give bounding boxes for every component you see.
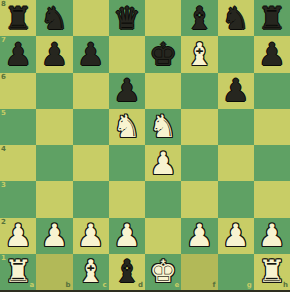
square-e8[interactable] [145,0,181,36]
square-f7[interactable]: ♝ [181,36,217,72]
square-c2[interactable]: ♟ [73,218,109,254]
white-pawn[interactable]: ♟ [181,218,217,254]
black-rook[interactable]: ♜ [254,0,290,36]
black-rook[interactable]: ♜ [0,0,36,36]
square-f8[interactable]: ♝ [181,0,217,36]
rank-label-3: 3 [1,182,6,189]
white-rook[interactable]: ♜ [0,254,36,290]
white-pawn[interactable]: ♟ [73,218,109,254]
black-pawn[interactable]: ♟ [0,36,36,72]
white-knight[interactable]: ♞ [109,109,145,145]
square-g6[interactable]: ♟ [218,73,254,109]
square-g1[interactable]: g [218,254,254,290]
white-pawn[interactable]: ♟ [36,218,72,254]
file-label-g: g [247,282,252,289]
square-g5[interactable] [218,109,254,145]
square-e5[interactable]: ♞ [145,109,181,145]
square-a8[interactable]: 8♜ [0,0,36,36]
black-pawn[interactable]: ♟ [36,36,72,72]
square-f6[interactable] [181,73,217,109]
square-a1[interactable]: 1a♜ [0,254,36,290]
square-f4[interactable] [181,145,217,181]
square-g8[interactable]: ♞ [218,0,254,36]
square-a4[interactable]: 4 [0,145,36,181]
black-pawn[interactable]: ♟ [218,73,254,109]
black-pawn[interactable]: ♟ [254,36,290,72]
square-b4[interactable] [36,145,72,181]
white-pawn[interactable]: ♟ [218,218,254,254]
white-king[interactable]: ♚ [145,254,181,290]
square-c5[interactable] [73,109,109,145]
square-f2[interactable]: ♟ [181,218,217,254]
black-queen[interactable]: ♛ [109,0,145,36]
square-c7[interactable]: ♟ [73,36,109,72]
square-h8[interactable]: ♜ [254,0,290,36]
square-e6[interactable] [145,73,181,109]
square-b8[interactable]: ♞ [36,0,72,36]
square-a7[interactable]: 7♟ [0,36,36,72]
white-pawn[interactable]: ♟ [109,218,145,254]
black-pawn[interactable]: ♟ [109,73,145,109]
white-bishop[interactable]: ♝ [73,254,109,290]
white-bishop[interactable]: ♝ [181,36,217,72]
file-label-f: f [212,282,215,289]
square-d7[interactable] [109,36,145,72]
black-knight[interactable]: ♞ [36,0,72,36]
black-knight[interactable]: ♞ [218,0,254,36]
square-c3[interactable] [73,181,109,217]
square-a3[interactable]: 3 [0,181,36,217]
square-e4[interactable]: ♟ [145,145,181,181]
square-b2[interactable]: ♟ [36,218,72,254]
white-pawn[interactable]: ♟ [254,218,290,254]
square-c1[interactable]: c♝ [73,254,109,290]
square-e1[interactable]: e♚ [145,254,181,290]
white-knight[interactable]: ♞ [145,109,181,145]
square-h3[interactable] [254,181,290,217]
square-a5[interactable]: 5 [0,109,36,145]
rank-label-6: 6 [1,74,6,81]
black-bishop[interactable]: ♝ [181,0,217,36]
square-g4[interactable] [218,145,254,181]
square-c4[interactable] [73,145,109,181]
square-h5[interactable] [254,109,290,145]
square-e3[interactable] [145,181,181,217]
rank-label-4: 4 [1,146,6,153]
square-g7[interactable] [218,36,254,72]
square-a6[interactable]: 6 [0,73,36,109]
square-d6[interactable]: ♟ [109,73,145,109]
square-a2[interactable]: 2♟ [0,218,36,254]
square-h4[interactable] [254,145,290,181]
square-d4[interactable] [109,145,145,181]
square-d1[interactable]: d♝ [109,254,145,290]
file-label-b: b [65,282,70,289]
chess-board: 8♜♞♛♝♞♜7♟♟♟♚♝♟6♟♟5♞♞4♟32♟♟♟♟♟♟♟1a♜bc♝d♝e… [0,0,290,290]
square-b7[interactable]: ♟ [36,36,72,72]
square-c8[interactable] [73,0,109,36]
white-pawn[interactable]: ♟ [145,145,181,181]
square-d3[interactable] [109,181,145,217]
chess-board-screenshot: 8♜♞♛♝♞♜7♟♟♟♚♝♟6♟♟5♞♞4♟32♟♟♟♟♟♟♟1a♜bc♝d♝e… [0,0,290,292]
black-king[interactable]: ♚ [145,36,181,72]
square-h7[interactable]: ♟ [254,36,290,72]
square-b5[interactable] [36,109,72,145]
square-e7[interactable]: ♚ [145,36,181,72]
square-e2[interactable] [145,218,181,254]
square-h1[interactable]: h♜ [254,254,290,290]
square-f1[interactable]: f [181,254,217,290]
square-c6[interactable] [73,73,109,109]
black-bishop[interactable]: ♝ [109,254,145,290]
square-f5[interactable] [181,109,217,145]
square-d2[interactable]: ♟ [109,218,145,254]
white-pawn[interactable]: ♟ [0,218,36,254]
square-b1[interactable]: b [36,254,72,290]
square-h6[interactable] [254,73,290,109]
square-b6[interactable] [36,73,72,109]
rank-label-5: 5 [1,110,6,117]
square-d8[interactable]: ♛ [109,0,145,36]
square-f3[interactable] [181,181,217,217]
square-g2[interactable]: ♟ [218,218,254,254]
white-rook[interactable]: ♜ [254,254,290,290]
black-pawn[interactable]: ♟ [73,36,109,72]
square-d5[interactable]: ♞ [109,109,145,145]
square-g3[interactable] [218,181,254,217]
square-h2[interactable]: ♟ [254,218,290,254]
square-b3[interactable] [36,181,72,217]
